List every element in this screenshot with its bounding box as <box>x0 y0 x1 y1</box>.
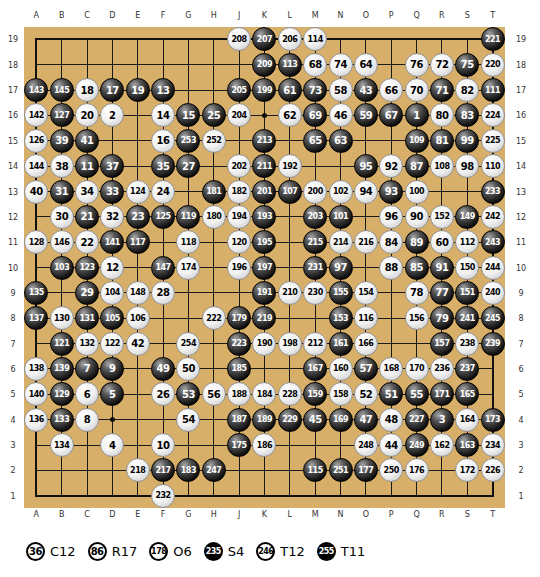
stone-B16[interactable]: 127 <box>50 103 74 127</box>
caption-point-label: T11 <box>341 544 365 559</box>
stone-C17[interactable]: 18 <box>75 78 99 102</box>
stone-J12[interactable]: 194 <box>227 205 251 229</box>
stone-N4[interactable]: 169 <box>329 408 353 432</box>
stone-R15[interactable]: 81 <box>430 129 454 153</box>
coord-label-col-bottom: F <box>161 510 166 519</box>
stone-K10[interactable]: 197 <box>252 256 276 280</box>
coord-label-col-bottom: N <box>338 510 344 519</box>
stone-Q6[interactable]: 170 <box>405 357 429 381</box>
coord-label-row-left: 15 <box>8 136 18 145</box>
stone-E7[interactable]: 42 <box>126 332 150 356</box>
stone-N6[interactable]: 160 <box>329 357 353 381</box>
stone-B17[interactable]: 145 <box>50 78 74 102</box>
stone-T10[interactable]: 244 <box>481 256 505 280</box>
coord-label-col-top: P <box>389 11 394 20</box>
stone-E12[interactable]: 23 <box>126 205 150 229</box>
stone-L9[interactable]: 210 <box>278 281 302 305</box>
stone-F17[interactable]: 13 <box>151 78 175 102</box>
coord-label-col-bottom: L <box>288 510 292 519</box>
stone-S18[interactable]: 75 <box>455 53 479 77</box>
stone-P3[interactable]: 44 <box>379 433 403 457</box>
stone-C4[interactable]: 8 <box>75 408 99 432</box>
stone-B11[interactable]: 146 <box>50 230 74 254</box>
stone-T7[interactable]: 239 <box>481 332 505 356</box>
coord-label-row-left: 19 <box>8 35 18 44</box>
stone-S10[interactable]: 150 <box>455 256 479 280</box>
stone-E17[interactable]: 19 <box>126 78 150 102</box>
stone-G10[interactable]: 174 <box>176 256 200 280</box>
coord-label-col-top: F <box>161 11 166 20</box>
stone-G4[interactable]: 54 <box>176 408 200 432</box>
stone-R4[interactable]: 3 <box>430 408 454 432</box>
stone-E2[interactable]: 218 <box>126 458 150 482</box>
coord-label-col-top: J <box>238 11 240 20</box>
coord-label-row-right: 7 <box>518 339 523 348</box>
stone-Q11[interactable]: 89 <box>405 230 429 254</box>
stone-J17[interactable]: 205 <box>227 78 251 102</box>
coord-label-row-left: 1 <box>10 491 15 500</box>
stone-C12[interactable]: 21 <box>75 205 99 229</box>
coord-label-row-right: 10 <box>516 263 526 272</box>
stone-L18[interactable]: 113 <box>278 53 302 77</box>
stone-L7[interactable]: 198 <box>278 332 302 356</box>
stone-T4[interactable]: 173 <box>481 408 505 432</box>
coord-label-row-right: 17 <box>516 86 526 95</box>
caption-point-label: C12 <box>50 544 76 559</box>
caption-point-label: R17 <box>112 544 138 559</box>
stone-O6[interactable]: 57 <box>354 357 378 381</box>
stone-D7[interactable]: 122 <box>100 332 124 356</box>
stone-R8[interactable]: 79 <box>430 306 454 330</box>
stone-N13[interactable]: 102 <box>329 180 353 204</box>
stone-K7[interactable]: 190 <box>252 332 276 356</box>
coord-label-col-bottom: C <box>84 510 90 519</box>
coord-label-row-right: 5 <box>518 390 523 399</box>
coord-label-col-top: K <box>262 11 267 20</box>
coord-label-col-bottom: M <box>312 510 319 519</box>
coord-label-row-left: 13 <box>8 187 18 196</box>
stone-O13[interactable]: 94 <box>354 180 378 204</box>
coord-label-col-top: H <box>211 11 217 20</box>
stone-N16[interactable]: 46 <box>329 103 353 127</box>
stone-T19[interactable]: 221 <box>481 27 505 51</box>
coord-label-row-right: 19 <box>516 35 526 44</box>
caption-stone-178: 178 <box>149 542 168 561</box>
coord-label-row-left: 5 <box>10 390 15 399</box>
coord-label-col-bottom: B <box>59 510 65 519</box>
stone-B15[interactable]: 39 <box>50 129 74 153</box>
coord-label-col-top: Q <box>413 11 419 20</box>
stone-F13[interactable]: 24 <box>151 180 175 204</box>
coord-label-col-bottom: G <box>185 510 191 519</box>
stone-H15[interactable]: 252 <box>202 129 226 153</box>
stone-Q5[interactable]: 55 <box>405 382 429 406</box>
stone-S4[interactable]: 164 <box>455 408 479 432</box>
stone-H12[interactable]: 180 <box>202 205 226 229</box>
stone-C11[interactable]: 22 <box>75 230 99 254</box>
stone-R14[interactable]: 108 <box>430 154 454 178</box>
coord-label-row-left: 16 <box>8 111 18 120</box>
stone-Q4[interactable]: 227 <box>405 408 429 432</box>
stone-F3[interactable]: 10 <box>151 433 175 457</box>
stone-E13[interactable]: 124 <box>126 180 150 204</box>
coord-label-col-bottom: K <box>262 510 267 519</box>
stone-T2[interactable]: 226 <box>481 458 505 482</box>
stone-E11[interactable]: 117 <box>126 230 150 254</box>
caption-stone-36: 36 <box>26 542 45 561</box>
coord-label-row-left: 11 <box>8 238 18 247</box>
stone-T8[interactable]: 245 <box>481 306 505 330</box>
stone-N15[interactable]: 63 <box>329 129 353 153</box>
stone-O18[interactable]: 64 <box>354 53 378 77</box>
caption-point-label: O6 <box>173 544 192 559</box>
coord-label-col-top: C <box>84 11 90 20</box>
stone-G7[interactable]: 254 <box>176 332 200 356</box>
stone-N9[interactable]: 155 <box>329 281 353 305</box>
stone-J6[interactable]: 185 <box>227 357 251 381</box>
coord-label-row-right: 13 <box>516 187 526 196</box>
stone-O8[interactable]: 116 <box>354 306 378 330</box>
stone-O4[interactable]: 47 <box>354 408 378 432</box>
coord-label-col-top: S <box>465 11 470 20</box>
stone-R17[interactable]: 71 <box>430 78 454 102</box>
coord-label-col-top: L <box>288 11 292 20</box>
stone-C6[interactable]: 7 <box>75 357 99 381</box>
stone-C13[interactable]: 34 <box>75 180 99 204</box>
coord-label-col-bottom: Q <box>413 510 419 519</box>
caption-point-label: T12 <box>280 544 304 559</box>
stone-P4[interactable]: 48 <box>379 408 403 432</box>
stone-H8[interactable]: 222 <box>202 306 226 330</box>
stone-T3[interactable]: 234 <box>481 433 505 457</box>
stone-Q18[interactable]: 76 <box>405 53 429 77</box>
coord-label-col-top: D <box>109 11 115 20</box>
stone-F15[interactable]: 16 <box>151 129 175 153</box>
stone-R3[interactable]: 162 <box>430 433 454 457</box>
stone-Q17[interactable]: 70 <box>405 78 429 102</box>
stone-O7[interactable]: 166 <box>354 332 378 356</box>
stone-P6[interactable]: 168 <box>379 357 403 381</box>
stone-M9[interactable]: 230 <box>303 281 327 305</box>
coord-label-row-right: 3 <box>518 441 523 450</box>
coord-label-row-left: 3 <box>10 441 15 450</box>
coord-label-row-left: 8 <box>10 314 15 323</box>
coord-label-col-top: R <box>439 11 445 20</box>
stone-Q13[interactable]: 100 <box>405 180 429 204</box>
stone-L5[interactable]: 228 <box>278 382 302 406</box>
stone-R18[interactable]: 72 <box>430 53 454 77</box>
stone-T17[interactable]: 111 <box>481 78 505 102</box>
stone-R9[interactable]: 77 <box>430 281 454 305</box>
stone-E8[interactable]: 106 <box>126 306 150 330</box>
coord-label-row-left: 17 <box>8 86 18 95</box>
stone-Q15[interactable]: 109 <box>405 129 429 153</box>
coord-label-row-right: 15 <box>516 136 526 145</box>
coord-label-row-left: 4 <box>10 415 15 424</box>
coord-label-col-bottom: J <box>238 510 240 519</box>
coord-label-col-bottom: E <box>135 510 140 519</box>
stone-Q10[interactable]: 85 <box>405 256 429 280</box>
coord-label-row-left: 2 <box>10 466 15 475</box>
stone-F6[interactable]: 49 <box>151 357 175 381</box>
stone-M4[interactable]: 45 <box>303 408 327 432</box>
caption-bar: 36C1286R17178O6235S4246T12255T11 <box>26 540 372 562</box>
stone-F10[interactable]: 147 <box>151 256 175 280</box>
coord-label-col-top: A <box>34 11 39 20</box>
stone-O14[interactable]: 95 <box>354 154 378 178</box>
coord-label-row-left: 10 <box>8 263 18 272</box>
stone-F9[interactable]: 28 <box>151 281 175 305</box>
stone-J4[interactable]: 187 <box>227 408 251 432</box>
stone-J3[interactable]: 175 <box>227 433 251 457</box>
stone-Q2[interactable]: 176 <box>405 458 429 482</box>
stone-M18[interactable]: 68 <box>303 53 327 77</box>
coord-label-row-right: 18 <box>516 60 526 69</box>
coord-label-col-bottom: D <box>109 510 115 519</box>
stone-O5[interactable]: 52 <box>354 382 378 406</box>
stone-N5[interactable]: 158 <box>329 382 353 406</box>
stone-B8[interactable]: 130 <box>50 306 74 330</box>
coord-label-row-right: 9 <box>518 288 523 297</box>
stone-L14[interactable]: 192 <box>278 154 302 178</box>
stone-B3[interactable]: 134 <box>50 433 74 457</box>
stone-O3[interactable]: 248 <box>354 433 378 457</box>
stone-N11[interactable]: 214 <box>329 230 353 254</box>
stone-B7[interactable]: 121 <box>50 332 74 356</box>
stone-F1[interactable]: 232 <box>151 484 175 508</box>
stone-K4[interactable]: 189 <box>252 408 276 432</box>
stone-R6[interactable]: 236 <box>430 357 454 381</box>
stone-T18[interactable]: 220 <box>481 53 505 77</box>
stone-S12[interactable]: 149 <box>455 205 479 229</box>
caption-point-label: S4 <box>228 544 245 559</box>
stone-T16[interactable]: 224 <box>481 103 505 127</box>
stone-C15[interactable]: 41 <box>75 129 99 153</box>
coord-label-col-bottom: T <box>490 510 495 519</box>
coord-label-row-left: 14 <box>8 162 18 171</box>
coord-label-col-bottom: R <box>439 510 445 519</box>
star-point <box>110 417 115 422</box>
stone-C9[interactable]: 29 <box>75 281 99 305</box>
stone-C10[interactable]: 123 <box>75 256 99 280</box>
stone-S9[interactable]: 151 <box>455 281 479 305</box>
stone-C7[interactable]: 132 <box>75 332 99 356</box>
stone-H13[interactable]: 181 <box>202 180 226 204</box>
coord-label-row-right: 6 <box>518 364 523 373</box>
coord-label-col-bottom: O <box>363 510 369 519</box>
coord-label-col-bottom: H <box>211 510 217 519</box>
stone-E9[interactable]: 148 <box>126 281 150 305</box>
coord-label-col-top: O <box>363 11 369 20</box>
stone-A13[interactable]: 40 <box>24 180 48 204</box>
coord-label-row-right: 1 <box>518 491 523 500</box>
coord-label-row-right: 14 <box>516 162 526 171</box>
stone-C14[interactable]: 11 <box>75 154 99 178</box>
stone-D13[interactable]: 33 <box>100 180 124 204</box>
go-diagram: 36C1286R17178O6235S4246T12255T11 AABBCCD… <box>0 0 540 577</box>
stone-S7[interactable]: 238 <box>455 332 479 356</box>
stone-M13[interactable]: 200 <box>303 180 327 204</box>
stone-J7[interactable]: 223 <box>227 332 251 356</box>
stone-N12[interactable]: 101 <box>329 205 353 229</box>
stone-Q3[interactable]: 249 <box>405 433 429 457</box>
coord-label-row-left: 7 <box>10 339 15 348</box>
stone-F14[interactable]: 35 <box>151 154 175 178</box>
caption-stone-235: 235 <box>204 542 223 561</box>
stone-N8[interactable]: 153 <box>329 306 353 330</box>
stone-B6[interactable]: 139 <box>50 357 74 381</box>
stone-Q14[interactable]: 87 <box>405 154 429 178</box>
coord-label-row-left: 12 <box>8 212 18 221</box>
stone-M7[interactable]: 212 <box>303 332 327 356</box>
stone-O9[interactable]: 154 <box>354 281 378 305</box>
coord-label-col-top: T <box>490 11 495 20</box>
stone-P12[interactable]: 96 <box>379 205 403 229</box>
stone-B14[interactable]: 38 <box>50 154 74 178</box>
stone-N2[interactable]: 251 <box>329 458 353 482</box>
stone-M12[interactable]: 203 <box>303 205 327 229</box>
stone-H5[interactable]: 56 <box>202 382 226 406</box>
stone-F12[interactable]: 125 <box>151 205 175 229</box>
stone-O11[interactable]: 216 <box>354 230 378 254</box>
stone-T9[interactable]: 240 <box>481 281 505 305</box>
stone-T14[interactable]: 110 <box>481 154 505 178</box>
stone-M10[interactable]: 231 <box>303 256 327 280</box>
coord-label-row-right: 4 <box>518 415 523 424</box>
stone-R11[interactable]: 60 <box>430 230 454 254</box>
stone-B5[interactable]: 129 <box>50 382 74 406</box>
coord-label-col-top: G <box>185 11 191 20</box>
coord-label-row-right: 2 <box>518 466 523 475</box>
stone-A15[interactable]: 126 <box>24 129 48 153</box>
stone-T12[interactable]: 242 <box>481 205 505 229</box>
coord-label-col-bottom: P <box>389 510 394 519</box>
stone-N17[interactable]: 58 <box>329 78 353 102</box>
coord-label-col-bottom: A <box>34 510 39 519</box>
coord-label-col-top: B <box>59 11 65 20</box>
stone-B4[interactable]: 133 <box>50 408 74 432</box>
stone-B13[interactable]: 31 <box>50 180 74 204</box>
stone-L4[interactable]: 229 <box>278 408 302 432</box>
coord-label-col-bottom: S <box>465 510 470 519</box>
coord-label-row-right: 11 <box>516 238 526 247</box>
stone-Q8[interactable]: 156 <box>405 306 429 330</box>
stone-J13[interactable]: 182 <box>227 180 251 204</box>
coord-label-row-right: 12 <box>516 212 526 221</box>
stone-R10[interactable]: 91 <box>430 256 454 280</box>
stone-M15[interactable]: 65 <box>303 129 327 153</box>
star-point <box>262 113 267 118</box>
stone-T11[interactable]: 243 <box>481 230 505 254</box>
stone-H2[interactable]: 247 <box>202 458 226 482</box>
coord-label-row-right: 16 <box>516 111 526 120</box>
caption-stone-255: 255 <box>317 542 336 561</box>
stone-K13[interactable]: 201 <box>252 180 276 204</box>
stone-R7[interactable]: 157 <box>430 332 454 356</box>
stone-Q9[interactable]: 78 <box>405 281 429 305</box>
coord-label-col-top: M <box>312 11 319 20</box>
stone-R12[interactable]: 152 <box>430 205 454 229</box>
stone-Q12[interactable]: 90 <box>405 205 429 229</box>
stone-N7[interactable]: 161 <box>329 332 353 356</box>
stone-O17[interactable]: 43 <box>354 78 378 102</box>
stone-L17[interactable]: 61 <box>278 78 302 102</box>
coord-label-row-left: 18 <box>8 60 18 69</box>
stone-A4[interactable]: 136 <box>24 408 48 432</box>
coord-label-col-top: N <box>338 11 344 20</box>
stone-Q16[interactable]: 1 <box>405 103 429 127</box>
stone-S15[interactable]: 99 <box>455 129 479 153</box>
coord-label-col-top: E <box>135 11 140 20</box>
stone-T13[interactable]: 233 <box>481 180 505 204</box>
stone-D10[interactable]: 12 <box>100 256 124 280</box>
stone-B10[interactable]: 103 <box>50 256 74 280</box>
stone-T15[interactable]: 225 <box>481 129 505 153</box>
coord-label-row-left: 6 <box>10 364 15 373</box>
coord-label-row-right: 8 <box>518 314 523 323</box>
stone-M6[interactable]: 167 <box>303 357 327 381</box>
stone-L13[interactable]: 107 <box>278 180 302 204</box>
stone-P10[interactable]: 88 <box>379 256 403 280</box>
caption-stone-86: 86 <box>88 542 107 561</box>
stone-N10[interactable]: 97 <box>329 256 353 280</box>
stone-J10[interactable]: 196 <box>227 256 251 280</box>
stone-P13[interactable]: 93 <box>379 180 403 204</box>
coord-label-row-left: 9 <box>10 288 15 297</box>
stone-N18[interactable]: 74 <box>329 53 353 77</box>
caption-stone-246: 246 <box>256 542 275 561</box>
stone-B12[interactable]: 30 <box>50 205 74 229</box>
